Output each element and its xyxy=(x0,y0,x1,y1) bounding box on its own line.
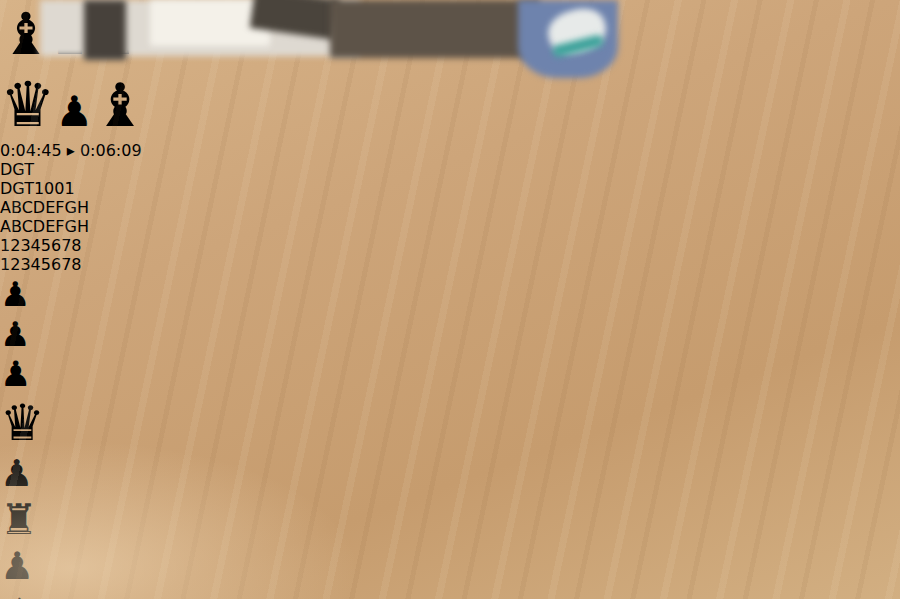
background-shadow xyxy=(330,0,540,58)
wood-floor xyxy=(588,0,900,114)
table-highlight xyxy=(0,440,360,599)
window-frame xyxy=(84,0,126,60)
